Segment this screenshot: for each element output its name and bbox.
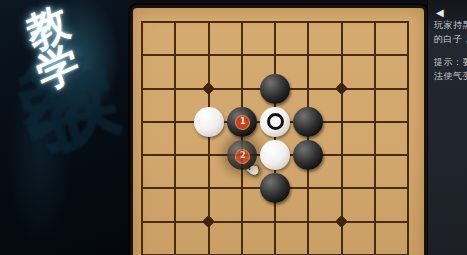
black-stone xyxy=(260,74,290,104)
grid-line-vertical xyxy=(374,21,376,255)
black-stone: 1 xyxy=(227,107,257,137)
collapse-panel-arrow-icon[interactable]: ◀ xyxy=(436,7,444,18)
instruction-line-2: 的白子， xyxy=(434,34,467,46)
move-number-marker: 2 xyxy=(235,149,250,164)
pending-black-stone[interactable]: 2 xyxy=(227,140,257,170)
move-number-marker: 1 xyxy=(235,115,250,130)
go-board[interactable]: 12 xyxy=(130,5,427,255)
instruction-text: 玩家持黑 的白子， 提示：要 法使气变 xyxy=(434,20,467,84)
black-stone xyxy=(260,173,290,203)
instruction-line-1: 玩家持黑 xyxy=(434,20,467,32)
star-point xyxy=(335,215,348,228)
screen: 教学 教 学 12 ◀ 玩家持黑 的白子， 提示：要 法使气变 xyxy=(0,0,467,255)
go-board-grid[interactable]: 12 xyxy=(142,22,408,255)
instruction-hint-line-2: 法使气变 xyxy=(434,71,467,83)
black-stone xyxy=(293,107,323,137)
star-point xyxy=(335,82,348,95)
star-point xyxy=(202,215,215,228)
tutorial-title-char-2: 学 xyxy=(32,39,84,96)
star-point xyxy=(202,82,215,95)
target-ring-marker xyxy=(267,113,284,130)
white-stone xyxy=(260,140,290,170)
grid-line-vertical xyxy=(407,21,409,255)
black-stone xyxy=(293,140,323,170)
white-stone xyxy=(194,107,224,137)
instruction-panel: ◀ 玩家持黑 的白子， 提示：要 法使气变 xyxy=(427,0,467,255)
white-stone xyxy=(260,107,290,137)
instruction-hint-line-1: 提示：要 xyxy=(434,57,467,69)
grid-line-horizontal xyxy=(141,221,409,223)
tutorial-banner: 教学 教 学 xyxy=(0,0,130,255)
